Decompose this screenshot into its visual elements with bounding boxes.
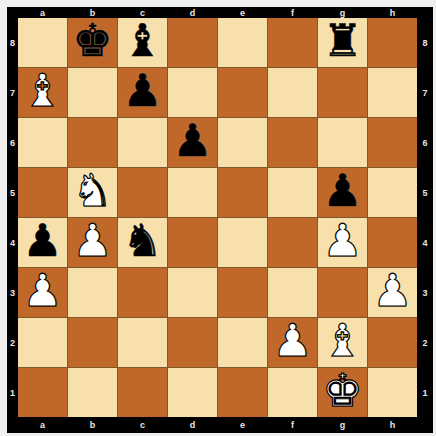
square-d3[interactable]: [168, 268, 217, 317]
square-e7[interactable]: [218, 68, 267, 117]
square-f1[interactable]: [268, 368, 317, 417]
square-e6[interactable]: [218, 118, 267, 167]
square-e1[interactable]: [218, 368, 267, 417]
square-b8[interactable]: ♚: [68, 18, 117, 67]
square-a5[interactable]: [18, 168, 67, 217]
file-label: h: [368, 7, 417, 18]
square-c7[interactable]: ♟: [118, 68, 167, 117]
rank-label: 3: [7, 268, 18, 317]
square-h8[interactable]: [368, 18, 417, 67]
rank-label: 8: [417, 18, 433, 67]
rank-label: 1: [7, 368, 18, 417]
square-f6[interactable]: [268, 118, 317, 167]
square-g6[interactable]: [318, 118, 367, 167]
file-label: e: [218, 417, 267, 433]
piece-black-pawn[interactable]: ♟: [172, 118, 212, 163]
square-c5[interactable]: [118, 168, 167, 217]
file-label: f: [268, 417, 317, 433]
piece-white-king[interactable]: ♚: [322, 368, 362, 413]
piece-white-knight[interactable]: ♞: [72, 168, 112, 213]
square-f4[interactable]: [268, 218, 317, 267]
square-b1[interactable]: [68, 368, 117, 417]
square-e3[interactable]: [218, 268, 267, 317]
rank-label: 5: [417, 168, 433, 217]
file-label: h: [368, 417, 417, 433]
file-label: a: [18, 7, 67, 18]
square-e4[interactable]: [218, 218, 267, 267]
square-e8[interactable]: [218, 18, 267, 67]
rank-label: 7: [7, 68, 18, 117]
piece-black-rook[interactable]: ♜: [322, 18, 362, 63]
square-b3[interactable]: [68, 268, 117, 317]
piece-white-pawn[interactable]: ♟: [22, 268, 62, 313]
file-label: c: [118, 7, 167, 18]
file-label: e: [218, 7, 267, 18]
square-h4[interactable]: [368, 218, 417, 267]
square-c4[interactable]: ♞: [118, 218, 167, 267]
square-d6[interactable]: ♟: [168, 118, 217, 167]
square-e5[interactable]: [218, 168, 267, 217]
square-a2[interactable]: [18, 318, 67, 367]
file-label: g: [318, 417, 367, 433]
square-b2[interactable]: [68, 318, 117, 367]
square-f3[interactable]: [268, 268, 317, 317]
file-label: d: [168, 7, 217, 18]
square-e2[interactable]: [218, 318, 267, 367]
square-c2[interactable]: [118, 318, 167, 367]
rank-labels-left: 87654321: [7, 18, 18, 417]
square-d8[interactable]: [168, 18, 217, 67]
square-a4[interactable]: ♟: [18, 218, 67, 267]
rank-label: 7: [417, 68, 433, 117]
file-label: g: [318, 7, 367, 18]
square-d5[interactable]: [168, 168, 217, 217]
piece-black-pawn[interactable]: ♟: [122, 68, 162, 113]
rank-label: 5: [7, 168, 18, 217]
file-label: d: [168, 417, 217, 433]
square-d2[interactable]: [168, 318, 217, 367]
file-label: c: [118, 417, 167, 433]
file-label: a: [18, 417, 67, 433]
file-label: b: [68, 7, 117, 18]
square-g7[interactable]: [318, 68, 367, 117]
chess-board: ♚♝♜♝♟♟♞♟♟♟♞♟♟♟♟♝♚: [18, 18, 417, 417]
square-a3[interactable]: ♟: [18, 268, 67, 317]
square-b7[interactable]: [68, 68, 117, 117]
rank-label: 4: [7, 218, 18, 267]
square-c1[interactable]: [118, 368, 167, 417]
square-b5[interactable]: ♞: [68, 168, 117, 217]
rank-label: 6: [417, 118, 433, 167]
square-d1[interactable]: [168, 368, 217, 417]
square-h5[interactable]: [368, 168, 417, 217]
square-d7[interactable]: [168, 68, 217, 117]
square-g5[interactable]: ♟: [318, 168, 367, 217]
square-f7[interactable]: [268, 68, 317, 117]
square-h1[interactable]: [368, 368, 417, 417]
file-labels-bottom: abcdefgh: [18, 417, 417, 433]
square-b6[interactable]: [68, 118, 117, 167]
rank-label: 2: [7, 318, 18, 367]
square-f5[interactable]: [268, 168, 317, 217]
square-h3[interactable]: ♟: [368, 268, 417, 317]
square-d4[interactable]: [168, 218, 217, 267]
piece-white-pawn[interactable]: ♟: [272, 318, 312, 363]
square-h6[interactable]: [368, 118, 417, 167]
square-g1[interactable]: ♚: [318, 368, 367, 417]
file-label: b: [68, 417, 117, 433]
square-a1[interactable]: [18, 368, 67, 417]
square-b4[interactable]: ♟: [68, 218, 117, 267]
piece-black-pawn[interactable]: ♟: [322, 168, 362, 213]
square-g2[interactable]: ♝: [318, 318, 367, 367]
square-h7[interactable]: [368, 68, 417, 117]
page-background: abcdefgh 87654321 ♚♝♜♝♟♟♞♟♟♟♞♟♟♟♟♝♚ 8765…: [0, 0, 436, 436]
rank-label: 6: [7, 118, 18, 167]
square-c6[interactable]: [118, 118, 167, 167]
piece-white-pawn[interactable]: ♟: [322, 218, 362, 263]
file-labels-top: abcdefgh: [18, 7, 417, 18]
piece-white-pawn[interactable]: ♟: [372, 268, 412, 313]
square-a7[interactable]: ♝: [18, 68, 67, 117]
piece-black-king[interactable]: ♚: [72, 18, 112, 63]
square-h2[interactable]: [368, 318, 417, 367]
file-label: f: [268, 7, 317, 18]
square-a8[interactable]: [18, 18, 67, 67]
board-frame: abcdefgh 87654321 ♚♝♜♝♟♟♞♟♟♟♞♟♟♟♟♝♚ 8765…: [7, 7, 433, 433]
square-f8[interactable]: [268, 18, 317, 67]
square-g3[interactable]: [318, 268, 367, 317]
square-a6[interactable]: [18, 118, 67, 167]
rank-labels-right: 87654321: [417, 18, 433, 417]
piece-black-bishop[interactable]: ♝: [122, 18, 162, 63]
square-g8[interactable]: ♜: [318, 18, 367, 67]
square-c3[interactable]: [118, 268, 167, 317]
rank-label: 3: [417, 268, 433, 317]
rank-label: 4: [417, 218, 433, 267]
piece-white-pawn[interactable]: ♟: [72, 218, 112, 263]
piece-black-knight[interactable]: ♞: [122, 218, 162, 263]
square-g4[interactable]: ♟: [318, 218, 367, 267]
rank-label: 8: [7, 18, 18, 67]
square-c8[interactable]: ♝: [118, 18, 167, 67]
rank-label: 1: [417, 368, 433, 417]
piece-white-bishop[interactable]: ♝: [22, 68, 62, 113]
piece-white-bishop[interactable]: ♝: [322, 318, 362, 363]
rank-label: 2: [417, 318, 433, 367]
square-f2[interactable]: ♟: [268, 318, 317, 367]
piece-black-pawn[interactable]: ♟: [22, 218, 62, 263]
